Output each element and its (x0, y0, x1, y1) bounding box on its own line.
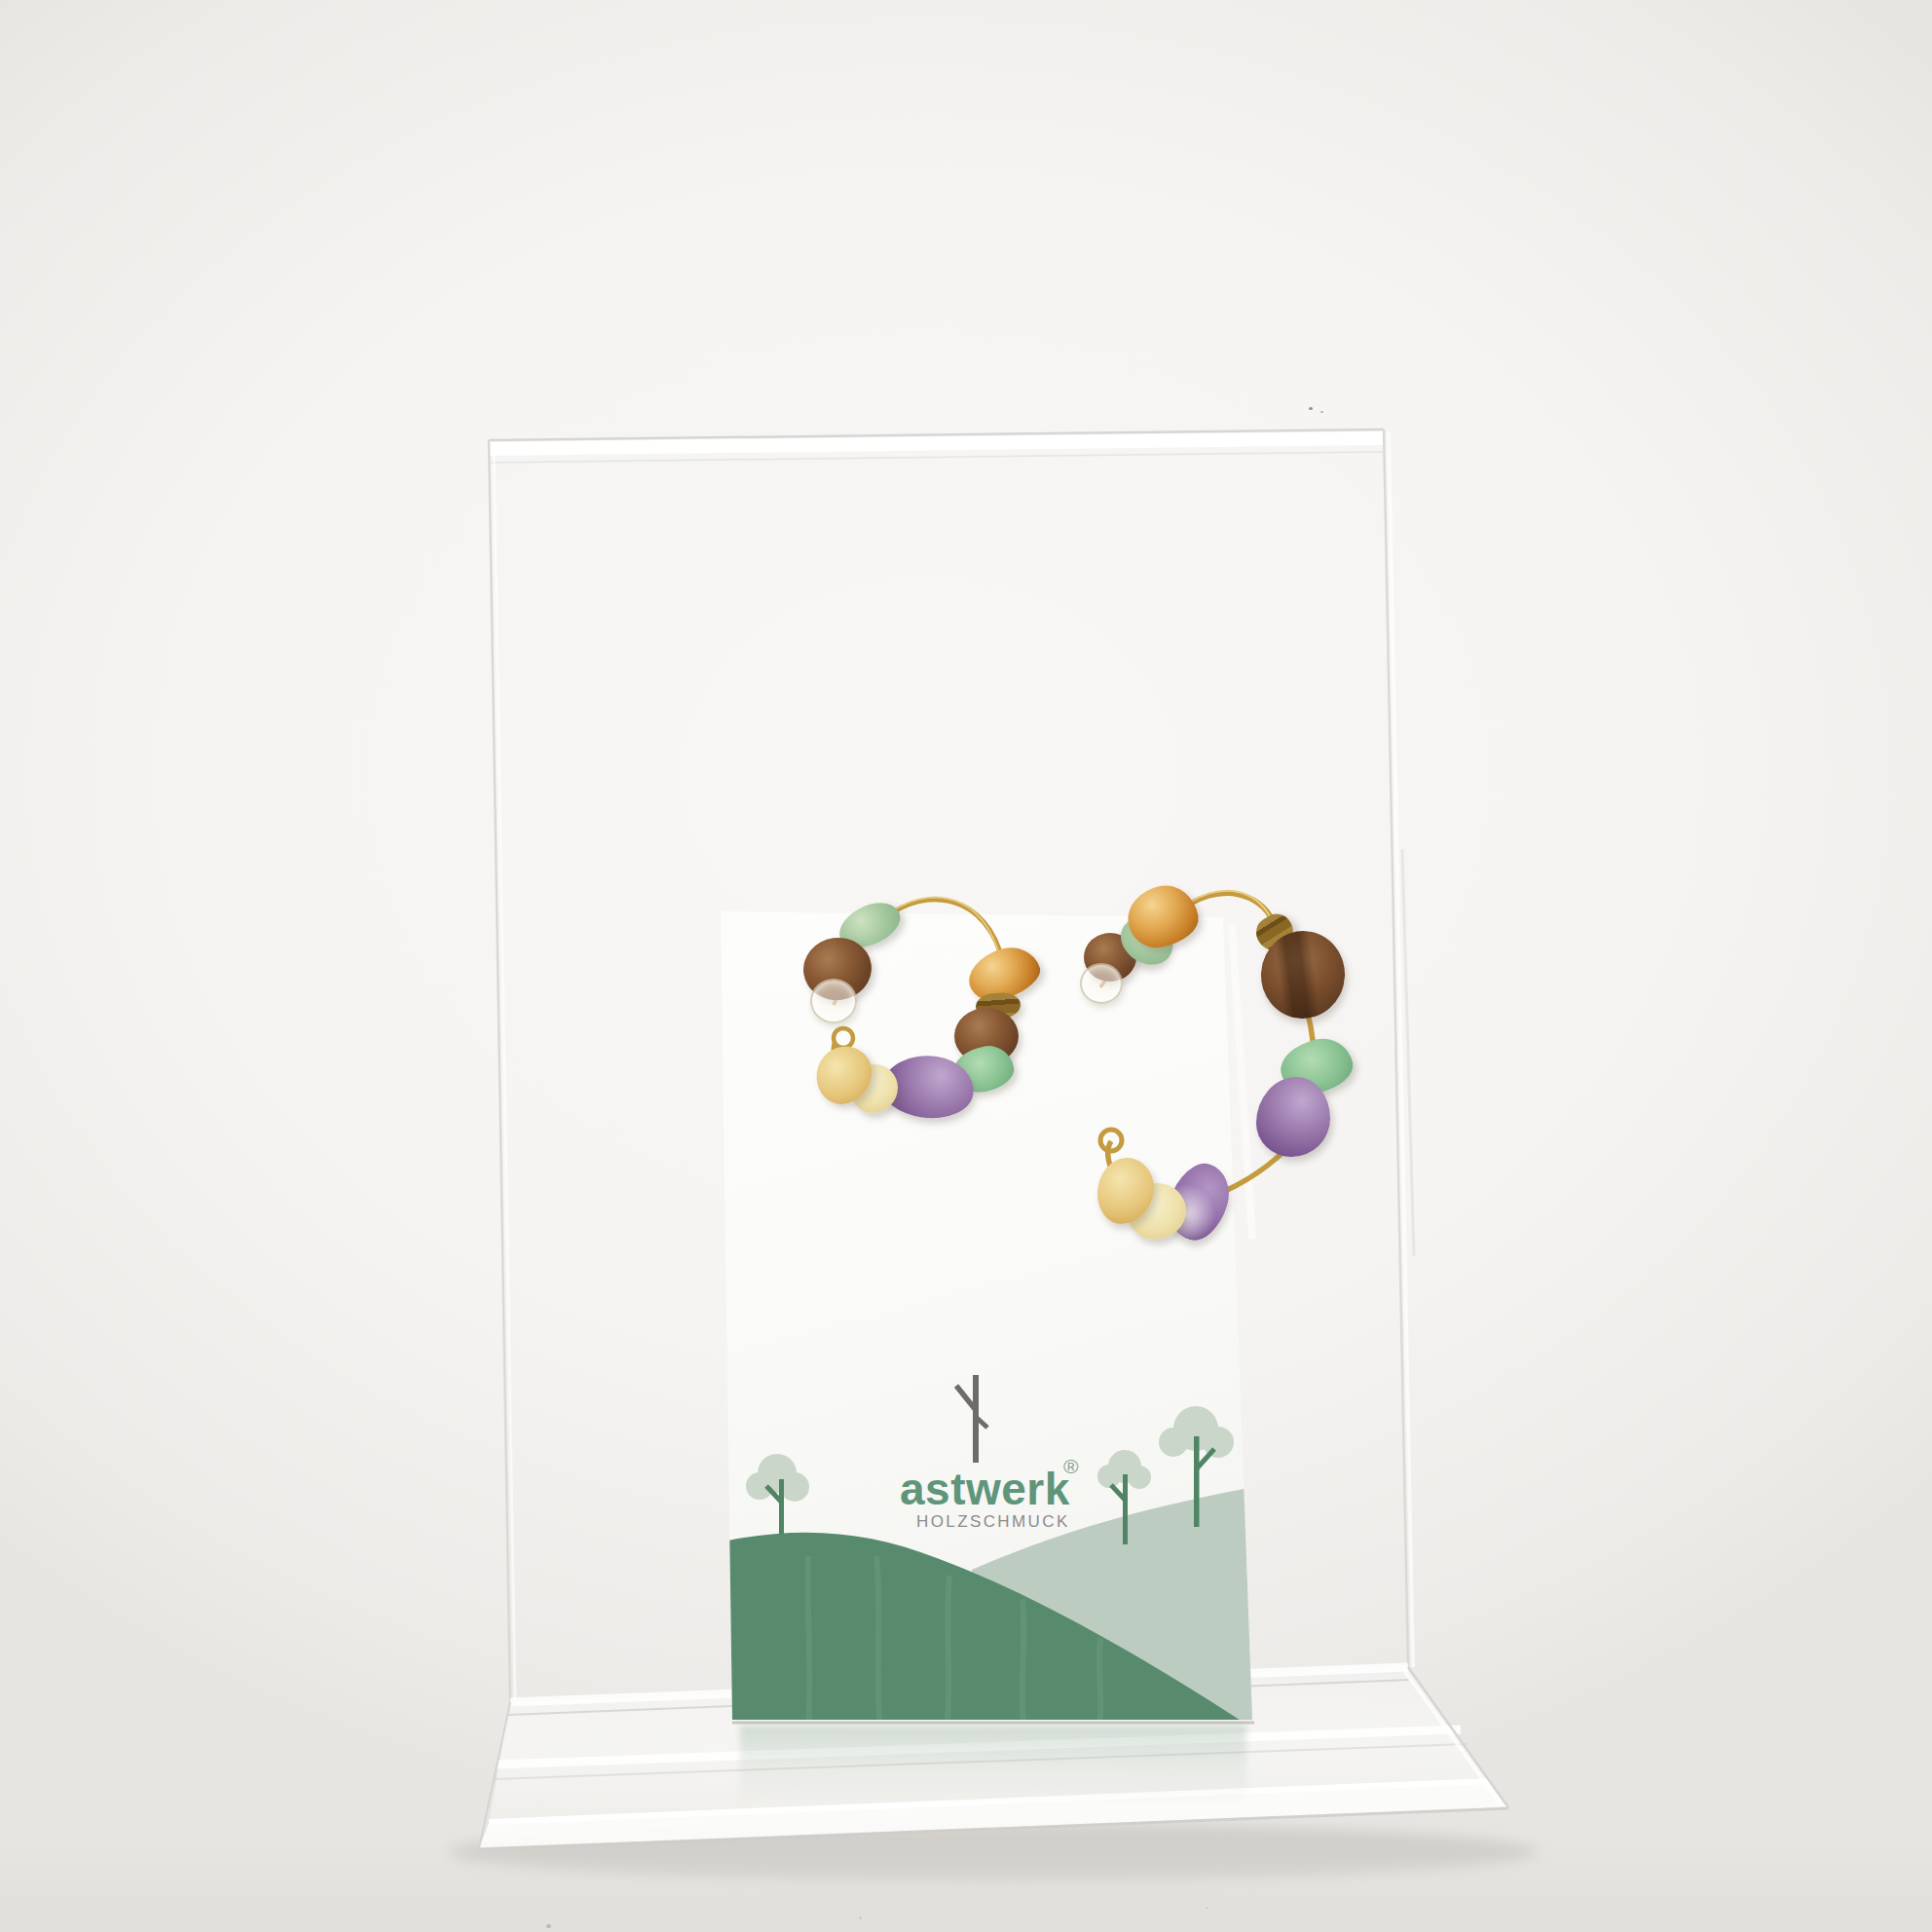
product-photo: astwerk ® HOLZSCHMUCK (0, 0, 1932, 1932)
dust-speck (546, 1924, 551, 1928)
dust-speck (859, 1916, 862, 1919)
dust-speck (1309, 407, 1313, 410)
right-earring-back (1080, 963, 1123, 1004)
earring-wires (0, 0, 1932, 1932)
left-earring-back (810, 979, 857, 1023)
dust-speck (1320, 411, 1323, 413)
left-hoop-hook (834, 1028, 853, 1048)
dust-speck (1206, 1907, 1208, 1909)
